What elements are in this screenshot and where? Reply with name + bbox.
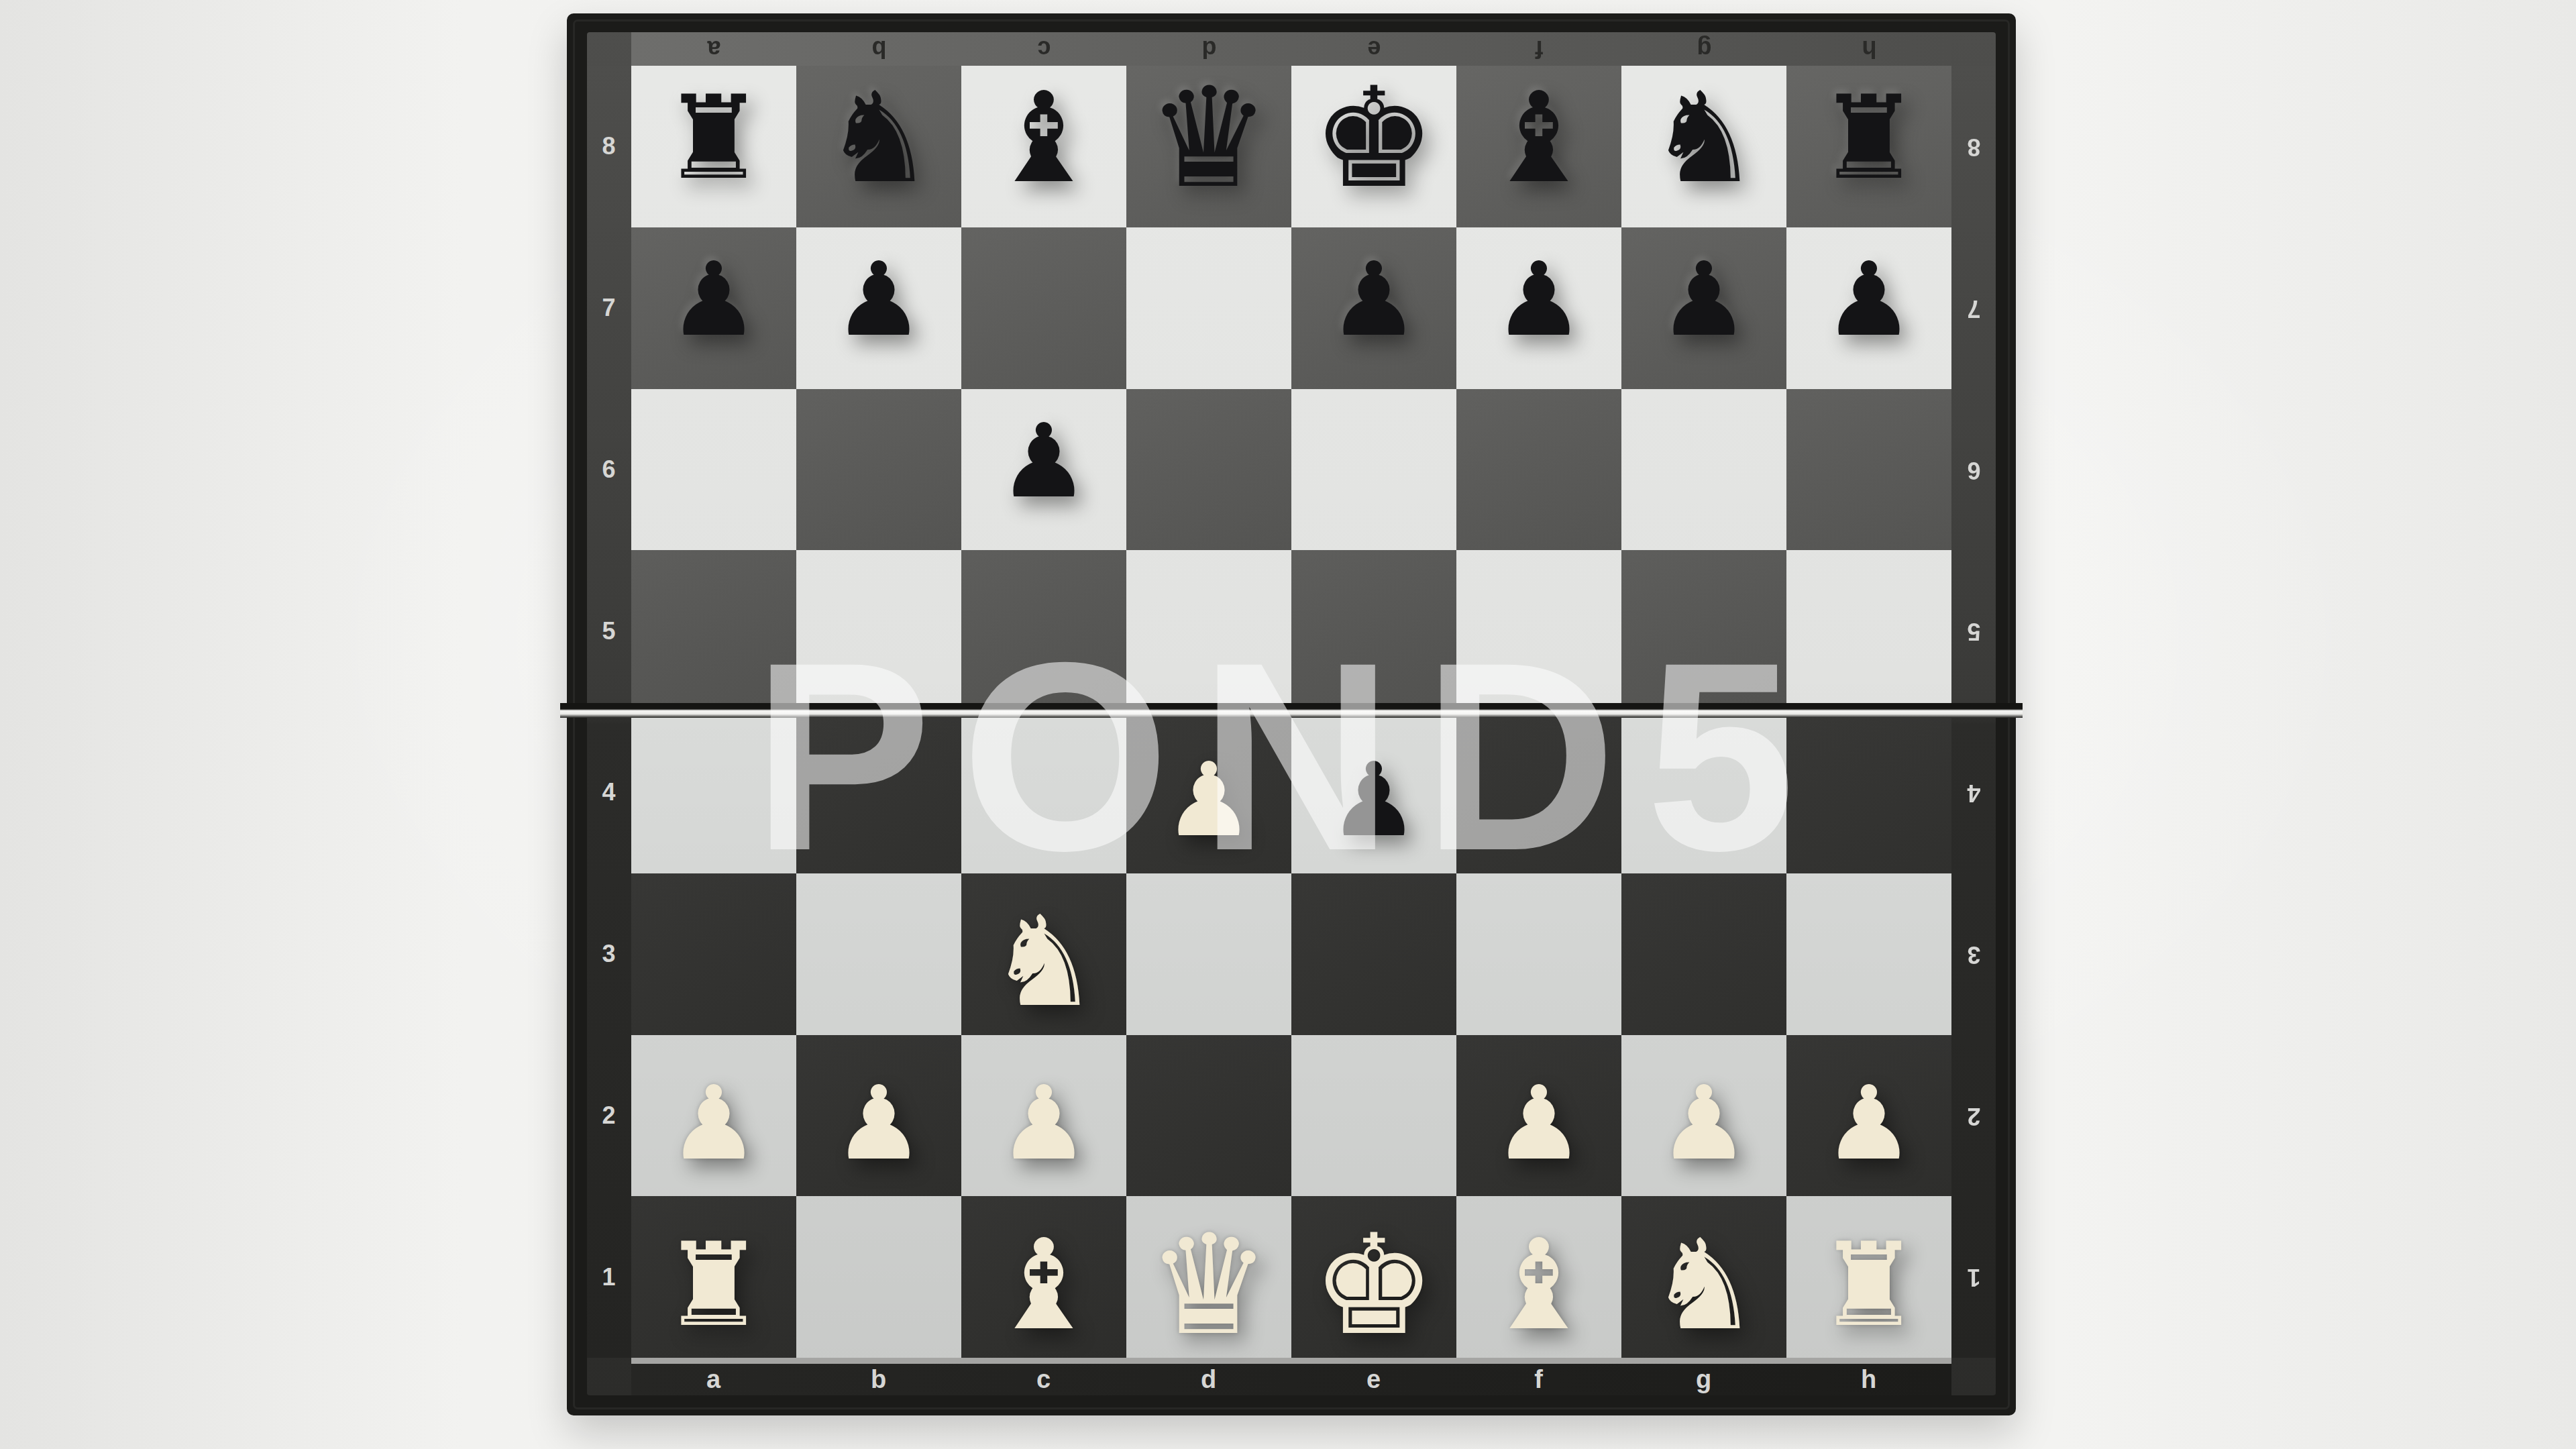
square-b5[interactable] [796, 550, 961, 712]
square-h3[interactable] [1786, 873, 1951, 1035]
square-a2[interactable]: ♟ [631, 1035, 796, 1197]
file-labels-bottom: abcdefgh [631, 1358, 1951, 1395]
square-f3[interactable] [1456, 873, 1621, 1035]
square-c4[interactable] [961, 712, 1126, 873]
file-label-bottom-a: a [631, 1364, 796, 1395]
file-label-bottom-c: c [961, 1364, 1126, 1395]
piece-white-pawn-h2[interactable]: ♟ [1823, 1073, 1915, 1175]
piece-black-pawn-f7[interactable]: ♟ [1493, 249, 1585, 351]
piece-white-pawn-c2[interactable]: ♟ [998, 1073, 1089, 1175]
square-g8[interactable]: ♞ [1621, 66, 1786, 227]
square-e2[interactable] [1291, 1035, 1456, 1197]
piece-white-bishop-f1[interactable]: ♝ [1483, 1223, 1595, 1348]
piece-white-pawn-f2[interactable]: ♟ [1493, 1073, 1585, 1175]
piece-white-rook-a1[interactable]: ♜ [662, 1228, 765, 1343]
square-c6[interactable]: ♟ [961, 389, 1126, 551]
piece-black-king-e8[interactable]: ♚ [1312, 69, 1436, 207]
square-a1[interactable]: ♜ [631, 1196, 796, 1358]
board-fold-hinge [560, 703, 2023, 718]
piece-black-bishop-c8[interactable]: ♝ [988, 76, 1100, 201]
square-f8[interactable]: ♝ [1456, 66, 1621, 227]
square-g6[interactable] [1621, 389, 1786, 551]
square-d2[interactable] [1126, 1035, 1291, 1197]
square-h8[interactable]: ♜ [1786, 66, 1951, 227]
file-label-bottom-e: e [1291, 1364, 1456, 1395]
file-label-top-h: h [1786, 32, 1951, 66]
square-e5[interactable] [1291, 550, 1456, 712]
piece-black-knight-g8[interactable]: ♞ [1648, 76, 1760, 201]
square-f5[interactable] [1456, 550, 1621, 712]
square-e8[interactable]: ♚ [1291, 66, 1456, 227]
piece-black-rook-h8[interactable]: ♜ [1817, 80, 1921, 196]
square-h6[interactable] [1786, 389, 1951, 551]
square-g3[interactable] [1621, 873, 1786, 1035]
square-g2[interactable]: ♟ [1621, 1035, 1786, 1197]
photo-background: abcdefgh abcdefgh 87654321 87654321 ♜♞♝♛… [0, 0, 2576, 1449]
piece-black-pawn-c6[interactable]: ♟ [998, 411, 1089, 513]
piece-black-pawn-h7[interactable]: ♟ [1823, 249, 1915, 351]
file-label-top-f: f [1456, 32, 1621, 66]
square-g4[interactable] [1621, 712, 1786, 873]
square-h4[interactable] [1786, 712, 1951, 873]
rank-label-right-5: 5 [1951, 550, 1996, 712]
piece-white-pawn-g2[interactable]: ♟ [1658, 1073, 1750, 1175]
rank-label-left-7: 7 [587, 227, 631, 389]
piece-black-pawn-a7[interactable]: ♟ [668, 249, 759, 351]
file-label-top-a: a [631, 32, 796, 66]
square-d6[interactable] [1126, 389, 1291, 551]
square-d7[interactable] [1126, 227, 1291, 389]
square-b1[interactable] [796, 1196, 961, 1358]
rank-label-left-8: 8 [587, 66, 631, 227]
piece-black-pawn-e4[interactable]: ♟ [1328, 749, 1419, 851]
square-a5[interactable] [631, 550, 796, 712]
square-e6[interactable] [1291, 389, 1456, 551]
square-b6[interactable] [796, 389, 961, 551]
square-g5[interactable] [1621, 550, 1786, 712]
file-label-top-b: b [796, 32, 961, 66]
piece-white-knight-g1[interactable]: ♞ [1648, 1223, 1760, 1348]
rank-label-right-3: 3 [1951, 873, 1996, 1035]
piece-black-rook-a8[interactable]: ♜ [662, 80, 765, 196]
square-f7[interactable]: ♟ [1456, 227, 1621, 389]
square-b7[interactable]: ♟ [796, 227, 961, 389]
piece-black-pawn-e7[interactable]: ♟ [1328, 249, 1419, 351]
square-c1[interactable]: ♝ [961, 1196, 1126, 1358]
square-h2[interactable]: ♟ [1786, 1035, 1951, 1197]
file-label-top-g: g [1621, 32, 1786, 66]
rank-label-right-1: 1 [1951, 1196, 1996, 1358]
rank-label-right-7: 7 [1951, 227, 1996, 389]
square-d4[interactable]: ♟ [1126, 712, 1291, 873]
square-b4[interactable] [796, 712, 961, 873]
piece-white-rook-h1[interactable]: ♜ [1817, 1228, 1921, 1343]
square-e3[interactable] [1291, 873, 1456, 1035]
file-labels-top: abcdefgh [631, 32, 1951, 66]
square-g7[interactable]: ♟ [1621, 227, 1786, 389]
square-e7[interactable]: ♟ [1291, 227, 1456, 389]
piece-black-bishop-f8[interactable]: ♝ [1483, 76, 1595, 201]
square-c3[interactable]: ♞ [961, 873, 1126, 1035]
piece-white-knight-c3[interactable]: ♞ [988, 900, 1100, 1024]
square-f2[interactable]: ♟ [1456, 1035, 1621, 1197]
square-h5[interactable] [1786, 550, 1951, 712]
rank-label-left-5: 5 [587, 550, 631, 712]
square-c2[interactable]: ♟ [961, 1035, 1126, 1197]
square-a6[interactable] [631, 389, 796, 551]
piece-white-king-e1[interactable]: ♚ [1312, 1216, 1436, 1354]
piece-white-pawn-a2[interactable]: ♟ [668, 1073, 759, 1175]
piece-white-pawn-d4[interactable]: ♟ [1163, 749, 1254, 851]
square-b3[interactable] [796, 873, 961, 1035]
square-h7[interactable]: ♟ [1786, 227, 1951, 389]
rank-label-left-1: 1 [587, 1196, 631, 1358]
square-a4[interactable] [631, 712, 796, 873]
square-d1[interactable]: ♛ [1126, 1196, 1291, 1358]
piece-black-pawn-g7[interactable]: ♟ [1658, 249, 1750, 351]
file-label-bottom-g: g [1621, 1364, 1786, 1395]
square-c7[interactable] [961, 227, 1126, 389]
piece-white-queen-d1[interactable]: ♛ [1147, 1216, 1271, 1354]
file-label-bottom-h: h [1786, 1364, 1951, 1395]
square-f1[interactable]: ♝ [1456, 1196, 1621, 1358]
piece-black-pawn-b7[interactable]: ♟ [833, 249, 924, 351]
square-e4[interactable]: ♟ [1291, 712, 1456, 873]
square-d8[interactable]: ♛ [1126, 66, 1291, 227]
square-d5[interactable] [1126, 550, 1291, 712]
square-f6[interactable] [1456, 389, 1621, 551]
square-a8[interactable]: ♜ [631, 66, 796, 227]
square-h1[interactable]: ♜ [1786, 1196, 1951, 1358]
file-label-bottom-d: d [1126, 1364, 1291, 1395]
file-label-bottom-b: b [796, 1364, 961, 1395]
square-b2[interactable]: ♟ [796, 1035, 961, 1197]
square-d3[interactable] [1126, 873, 1291, 1035]
file-label-bottom-f: f [1456, 1364, 1621, 1395]
square-f4[interactable] [1456, 712, 1621, 873]
rank-label-left-3: 3 [587, 873, 631, 1035]
square-c5[interactable] [961, 550, 1126, 712]
square-a3[interactable] [631, 873, 796, 1035]
rank-label-left-4: 4 [587, 712, 631, 873]
rank-label-right-8: 8 [1951, 66, 1996, 227]
rank-label-left-6: 6 [587, 389, 631, 551]
chess-board: abcdefgh abcdefgh 87654321 87654321 ♜♞♝♛… [567, 13, 2016, 1415]
rank-label-right-6: 6 [1951, 389, 1996, 551]
square-c8[interactable]: ♝ [961, 66, 1126, 227]
square-e1[interactable]: ♚ [1291, 1196, 1456, 1358]
square-a7[interactable]: ♟ [631, 227, 796, 389]
piece-white-bishop-c1[interactable]: ♝ [988, 1223, 1100, 1348]
rank-label-right-4: 4 [1951, 712, 1996, 873]
file-label-top-c: c [961, 32, 1126, 66]
piece-black-queen-d8[interactable]: ♛ [1147, 69, 1271, 207]
square-g1[interactable]: ♞ [1621, 1196, 1786, 1358]
rank-label-right-2: 2 [1951, 1035, 1996, 1197]
piece-black-knight-b8[interactable]: ♞ [823, 76, 935, 201]
rank-label-left-2: 2 [587, 1035, 631, 1197]
piece-white-pawn-b2[interactable]: ♟ [833, 1073, 924, 1175]
square-b8[interactable]: ♞ [796, 66, 961, 227]
